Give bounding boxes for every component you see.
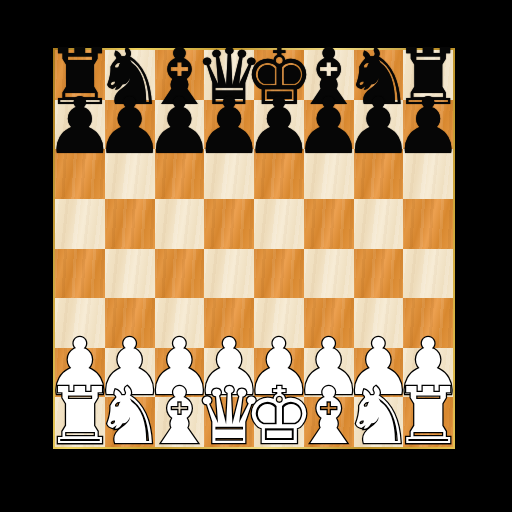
square-d5[interactable] <box>204 199 254 249</box>
app-background: ♜♞♝♛♚♝♞♜♟♟♟♟♟♟♟♟♟♟♟♟♟♟♟♟♜♞♝♛♚♝♞♜ <box>0 0 512 512</box>
square-h5[interactable] <box>403 199 453 249</box>
square-c4[interactable] <box>155 249 205 299</box>
square-a4[interactable] <box>55 249 105 299</box>
square-e4[interactable] <box>254 249 304 299</box>
square-g4[interactable] <box>354 249 404 299</box>
square-b4[interactable] <box>105 249 155 299</box>
board-border: ♜♞♝♛♚♝♞♜♟♟♟♟♟♟♟♟♟♟♟♟♟♟♟♟♜♞♝♛♚♝♞♜ <box>53 48 455 449</box>
piece-black-pawn[interactable]: ♟ <box>393 87 463 165</box>
piece-white-rook[interactable]: ♜ <box>393 377 463 455</box>
square-h7[interactable]: ♟ <box>403 100 453 150</box>
square-b5[interactable] <box>105 199 155 249</box>
chess-board[interactable]: ♜♞♝♛♚♝♞♜♟♟♟♟♟♟♟♟♟♟♟♟♟♟♟♟♜♞♝♛♚♝♞♜ <box>55 50 453 447</box>
square-f5[interactable] <box>304 199 354 249</box>
square-h1[interactable]: ♜ <box>403 397 453 447</box>
square-c5[interactable] <box>155 199 205 249</box>
square-a5[interactable] <box>55 199 105 249</box>
square-g5[interactable] <box>354 199 404 249</box>
square-d4[interactable] <box>204 249 254 299</box>
square-e5[interactable] <box>254 199 304 249</box>
square-h4[interactable] <box>403 249 453 299</box>
square-f4[interactable] <box>304 249 354 299</box>
